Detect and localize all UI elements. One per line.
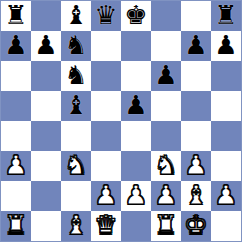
square-c1[interactable]: ♝ xyxy=(61,211,91,241)
square-b8[interactable] xyxy=(31,1,61,31)
square-c6[interactable]: ♞ xyxy=(61,61,91,91)
square-d8[interactable]: ♛ xyxy=(91,1,121,31)
square-f3[interactable]: ♞ xyxy=(151,151,181,181)
square-f2[interactable]: ♟ xyxy=(151,181,181,211)
square-a5[interactable] xyxy=(1,91,31,121)
square-f1[interactable]: ♜ xyxy=(151,211,181,241)
white-knight[interactable]: ♞ xyxy=(64,151,87,180)
square-h7[interactable]: ♟ xyxy=(211,31,241,61)
square-b2[interactable] xyxy=(31,181,61,211)
square-h4[interactable] xyxy=(211,121,241,151)
white-pawn[interactable]: ♟ xyxy=(94,181,117,210)
square-f8[interactable] xyxy=(151,1,181,31)
square-c3[interactable]: ♞ xyxy=(61,151,91,181)
black-knight[interactable]: ♞ xyxy=(64,61,87,90)
black-knight[interactable]: ♞ xyxy=(64,31,87,60)
white-pawn[interactable]: ♟ xyxy=(4,151,27,180)
black-rook[interactable]: ♜ xyxy=(214,1,237,30)
white-pawn[interactable]: ♟ xyxy=(184,151,207,180)
square-c5[interactable]: ♝ xyxy=(61,91,91,121)
square-b4[interactable] xyxy=(31,121,61,151)
square-g6[interactable] xyxy=(181,61,211,91)
square-f5[interactable] xyxy=(151,91,181,121)
black-rook[interactable]: ♜ xyxy=(4,1,27,30)
white-rook[interactable]: ♜ xyxy=(4,211,27,240)
square-g1[interactable]: ♚ xyxy=(181,211,211,241)
white-pawn[interactable]: ♟ xyxy=(154,181,177,210)
chess-board-window: ♜♝♛♚♜♟♟♞♟♟♞♟♝♟♟♞♞♟♟♟♟♝♟♜♝♛♜♚ xyxy=(0,0,242,242)
square-g3[interactable]: ♟ xyxy=(181,151,211,181)
square-d7[interactable] xyxy=(91,31,121,61)
white-bishop[interactable]: ♝ xyxy=(64,211,87,240)
square-d1[interactable]: ♛ xyxy=(91,211,121,241)
square-c7[interactable]: ♞ xyxy=(61,31,91,61)
square-a6[interactable] xyxy=(1,61,31,91)
square-h1[interactable] xyxy=(211,211,241,241)
black-queen[interactable]: ♛ xyxy=(94,1,117,30)
black-pawn[interactable]: ♟ xyxy=(184,31,207,60)
square-a4[interactable] xyxy=(1,121,31,151)
black-pawn[interactable]: ♟ xyxy=(4,31,27,60)
white-queen[interactable]: ♛ xyxy=(94,211,117,240)
square-f6[interactable]: ♟ xyxy=(151,61,181,91)
square-a3[interactable]: ♟ xyxy=(1,151,31,181)
square-d4[interactable] xyxy=(91,121,121,151)
black-bishop[interactable]: ♝ xyxy=(64,1,87,30)
black-pawn[interactable]: ♟ xyxy=(34,31,57,60)
square-b6[interactable] xyxy=(31,61,61,91)
square-e6[interactable] xyxy=(121,61,151,91)
square-e8[interactable]: ♚ xyxy=(121,1,151,31)
square-e5[interactable]: ♟ xyxy=(121,91,151,121)
square-h5[interactable] xyxy=(211,91,241,121)
square-e7[interactable] xyxy=(121,31,151,61)
square-c4[interactable] xyxy=(61,121,91,151)
black-pawn[interactable]: ♟ xyxy=(124,91,147,120)
square-b5[interactable] xyxy=(31,91,61,121)
square-d6[interactable] xyxy=(91,61,121,91)
square-h6[interactable] xyxy=(211,61,241,91)
black-pawn[interactable]: ♟ xyxy=(214,31,237,60)
square-e1[interactable] xyxy=(121,211,151,241)
square-a7[interactable]: ♟ xyxy=(1,31,31,61)
square-b3[interactable] xyxy=(31,151,61,181)
square-d5[interactable] xyxy=(91,91,121,121)
square-h8[interactable]: ♜ xyxy=(211,1,241,31)
chess-board: ♜♝♛♚♜♟♟♞♟♟♞♟♝♟♟♞♞♟♟♟♟♝♟♜♝♛♜♚ xyxy=(0,0,242,242)
square-c2[interactable] xyxy=(61,181,91,211)
square-g2[interactable]: ♝ xyxy=(181,181,211,211)
square-e3[interactable] xyxy=(121,151,151,181)
black-pawn[interactable]: ♟ xyxy=(154,61,177,90)
white-rook[interactable]: ♜ xyxy=(154,211,177,240)
square-f7[interactable] xyxy=(151,31,181,61)
white-pawn[interactable]: ♟ xyxy=(124,181,147,210)
square-a1[interactable]: ♜ xyxy=(1,211,31,241)
square-g4[interactable] xyxy=(181,121,211,151)
square-e4[interactable] xyxy=(121,121,151,151)
square-e2[interactable]: ♟ xyxy=(121,181,151,211)
square-g7[interactable]: ♟ xyxy=(181,31,211,61)
square-a2[interactable] xyxy=(1,181,31,211)
white-knight[interactable]: ♞ xyxy=(154,151,177,180)
square-a8[interactable]: ♜ xyxy=(1,1,31,31)
square-d3[interactable] xyxy=(91,151,121,181)
black-king[interactable]: ♚ xyxy=(124,1,147,30)
square-g5[interactable] xyxy=(181,91,211,121)
square-g8[interactable] xyxy=(181,1,211,31)
square-b1[interactable] xyxy=(31,211,61,241)
square-b7[interactable]: ♟ xyxy=(31,31,61,61)
square-d2[interactable]: ♟ xyxy=(91,181,121,211)
square-h2[interactable]: ♟ xyxy=(211,181,241,211)
white-bishop[interactable]: ♝ xyxy=(184,181,207,210)
square-c8[interactable]: ♝ xyxy=(61,1,91,31)
white-king[interactable]: ♚ xyxy=(184,211,207,240)
black-bishop[interactable]: ♝ xyxy=(64,91,87,120)
square-h3[interactable] xyxy=(211,151,241,181)
white-pawn[interactable]: ♟ xyxy=(214,181,237,210)
square-f4[interactable] xyxy=(151,121,181,151)
